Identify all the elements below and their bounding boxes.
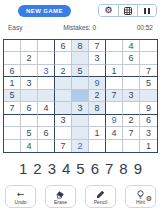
cell-r4c5[interactable]	[72, 77, 89, 89]
cell-r2c2[interactable]: 2	[21, 52, 38, 64]
cell-r7c4[interactable]: 3	[55, 115, 72, 127]
control-buttons: ← Undo Erase Pencil Hint ⚙	[0, 185, 161, 208]
cell-r5c5[interactable]	[72, 90, 89, 102]
cell-r4c4[interactable]	[55, 77, 72, 89]
pencil-icon	[96, 190, 105, 199]
cell-r6c8[interactable]	[123, 102, 140, 114]
cell-r1c2[interactable]	[21, 40, 38, 52]
cell-r2c8[interactable]: 6	[123, 52, 140, 64]
number-pad: 123456789	[0, 159, 161, 177]
cell-r1c9[interactable]	[140, 40, 157, 52]
cell-r3c3[interactable]: 3	[38, 65, 55, 77]
erase-label: Erase	[54, 200, 67, 205]
cell-r4c9[interactable]: 5	[140, 77, 157, 89]
cell-r3c5[interactable]: 5	[72, 65, 89, 77]
cell-r2c3[interactable]	[38, 52, 55, 64]
undo-button[interactable]: ← Undo	[5, 185, 36, 208]
cell-r5c8[interactable]: 3	[123, 90, 140, 102]
cell-r5c9[interactable]	[140, 90, 157, 102]
cell-r2c4[interactable]	[55, 52, 72, 64]
cell-r3c1[interactable]: 6	[4, 65, 21, 77]
cell-r4c7[interactable]	[106, 77, 123, 89]
cell-r7c1[interactable]	[4, 115, 21, 127]
cell-r6c3[interactable]: 4	[38, 102, 55, 114]
numpad-digit-2[interactable]: 2	[33, 161, 41, 176]
cell-r3c6[interactable]	[89, 65, 106, 77]
difficulty-label: Easy	[8, 24, 22, 31]
cell-r8c7[interactable]: 4	[106, 127, 123, 139]
numpad-digit-5[interactable]: 5	[76, 161, 84, 176]
cell-r3c9[interactable]: 7	[140, 65, 157, 77]
cell-r3c2[interactable]	[21, 65, 38, 77]
numpad-digit-9[interactable]: 9	[134, 161, 142, 176]
cell-r2c5[interactable]	[72, 52, 89, 64]
cell-r7c2[interactable]	[21, 115, 38, 127]
cell-r2c6[interactable]: 3	[89, 52, 106, 64]
numpad-digit-7[interactable]: 7	[105, 161, 113, 176]
cell-r2c9[interactable]	[140, 52, 157, 64]
cell-r5c7[interactable]: 7	[106, 90, 123, 102]
cell-r9c6[interactable]	[89, 140, 106, 152]
cell-r2c7[interactable]	[106, 52, 123, 64]
cell-r8c6[interactable]: 1	[89, 127, 106, 139]
cell-r8c4[interactable]	[55, 127, 72, 139]
cell-r5c6[interactable]: 2	[89, 90, 106, 102]
cell-r7c8[interactable]: 2	[123, 115, 140, 127]
cell-r6c1[interactable]: 7	[4, 102, 21, 114]
cell-r4c8[interactable]	[123, 77, 140, 89]
cell-r1c5[interactable]: 8	[72, 40, 89, 52]
cell-r4c3[interactable]	[38, 77, 55, 89]
numpad-digit-4[interactable]: 4	[62, 161, 70, 176]
cell-r5c1[interactable]: 5	[4, 90, 21, 102]
hint-gear-badge-icon: ⚙	[146, 196, 152, 203]
undo-arrow-icon: ←	[17, 190, 25, 199]
sudoku-board: 6874236632517139552737643893926561473472…	[3, 39, 158, 153]
cell-r3c7[interactable]: 1	[106, 65, 123, 77]
cell-r9c4[interactable]: 7	[55, 140, 72, 152]
numpad-digit-1[interactable]: 1	[19, 161, 27, 176]
cell-r8c9[interactable]: 3	[140, 127, 157, 139]
timer-label: 00:52	[137, 24, 153, 31]
header-icon-group: ⚙	[98, 4, 157, 17]
cell-r8c5[interactable]	[72, 127, 89, 139]
status-bar: Easy Mistakes: 0 00:52	[0, 24, 161, 31]
cell-r6c5[interactable]: 3	[72, 102, 89, 114]
cell-r1c7[interactable]	[106, 40, 123, 52]
cell-r5c3[interactable]	[38, 90, 55, 102]
cell-r5c2[interactable]	[21, 90, 38, 102]
cell-r9c3[interactable]	[38, 140, 55, 152]
settings-button[interactable]: ⚙	[99, 5, 118, 16]
pencil-label: Pencil	[94, 200, 108, 205]
cell-r8c2[interactable]: 5	[21, 127, 38, 139]
cell-r4c6[interactable]: 9	[89, 77, 106, 89]
hint-button[interactable]: Hint ⚙	[125, 185, 156, 208]
numpad-digit-8[interactable]: 8	[119, 161, 127, 176]
cell-r3c8[interactable]	[123, 65, 140, 77]
cell-r9c1[interactable]	[4, 140, 21, 152]
numpad-digit-6[interactable]: 6	[91, 161, 99, 176]
cell-r8c1[interactable]	[4, 127, 21, 139]
cell-r9c2[interactable]: 4	[21, 140, 38, 152]
cell-r7c9[interactable]: 6	[140, 115, 157, 127]
cell-r8c8[interactable]: 7	[123, 127, 140, 139]
numpad-digit-3[interactable]: 3	[48, 161, 56, 176]
cell-r6c2[interactable]: 6	[21, 102, 38, 114]
cell-r6c6[interactable]: 8	[89, 102, 106, 114]
cell-r6c9[interactable]: 9	[140, 102, 157, 114]
cell-r6c7[interactable]	[106, 102, 123, 114]
erase-button[interactable]: Erase	[45, 185, 76, 208]
numpad-icon	[124, 7, 132, 15]
cell-r3c4[interactable]: 2	[55, 65, 72, 77]
cell-r1c4[interactable]: 6	[55, 40, 72, 52]
cell-r4c1[interactable]: 1	[4, 77, 21, 89]
eraser-icon	[56, 190, 65, 199]
cell-r2c1[interactable]	[4, 52, 21, 64]
cell-r9c9[interactable]: 1	[140, 140, 157, 152]
cell-r9c8[interactable]	[123, 140, 140, 152]
cell-r1c6[interactable]: 7	[89, 40, 106, 52]
numpad-toggle-button[interactable]	[118, 5, 137, 16]
cell-r4c2[interactable]: 3	[21, 77, 38, 89]
hint-bulb-icon	[136, 190, 145, 199]
cell-r9c7[interactable]	[106, 140, 123, 152]
cell-r9c5[interactable]: 2	[72, 140, 89, 152]
cell-r8c3[interactable]: 6	[38, 127, 55, 139]
cell-r1c8[interactable]: 4	[123, 40, 140, 52]
cell-r1c1[interactable]	[4, 40, 21, 52]
cell-r5c4[interactable]	[55, 90, 72, 102]
cell-r7c5[interactable]	[72, 115, 89, 127]
cell-r7c3[interactable]	[38, 115, 55, 127]
hint-label: Hint	[136, 200, 145, 205]
settings-icon: ⚙	[104, 6, 112, 15]
cell-r1c3[interactable]	[38, 40, 55, 52]
pencil-button[interactable]: Pencil	[85, 185, 116, 208]
undo-label: Undo	[15, 200, 27, 205]
cell-r7c7[interactable]: 9	[106, 115, 123, 127]
new-game-button[interactable]: NEW GAME	[18, 5, 71, 17]
header: NEW GAME ⚙	[0, 4, 161, 17]
pause-button[interactable]	[137, 5, 156, 16]
cell-r6c4[interactable]	[55, 102, 72, 114]
cell-r7c6[interactable]	[89, 115, 106, 127]
pause-icon	[144, 8, 150, 14]
mistakes-label: Mistakes: 0	[63, 24, 96, 31]
